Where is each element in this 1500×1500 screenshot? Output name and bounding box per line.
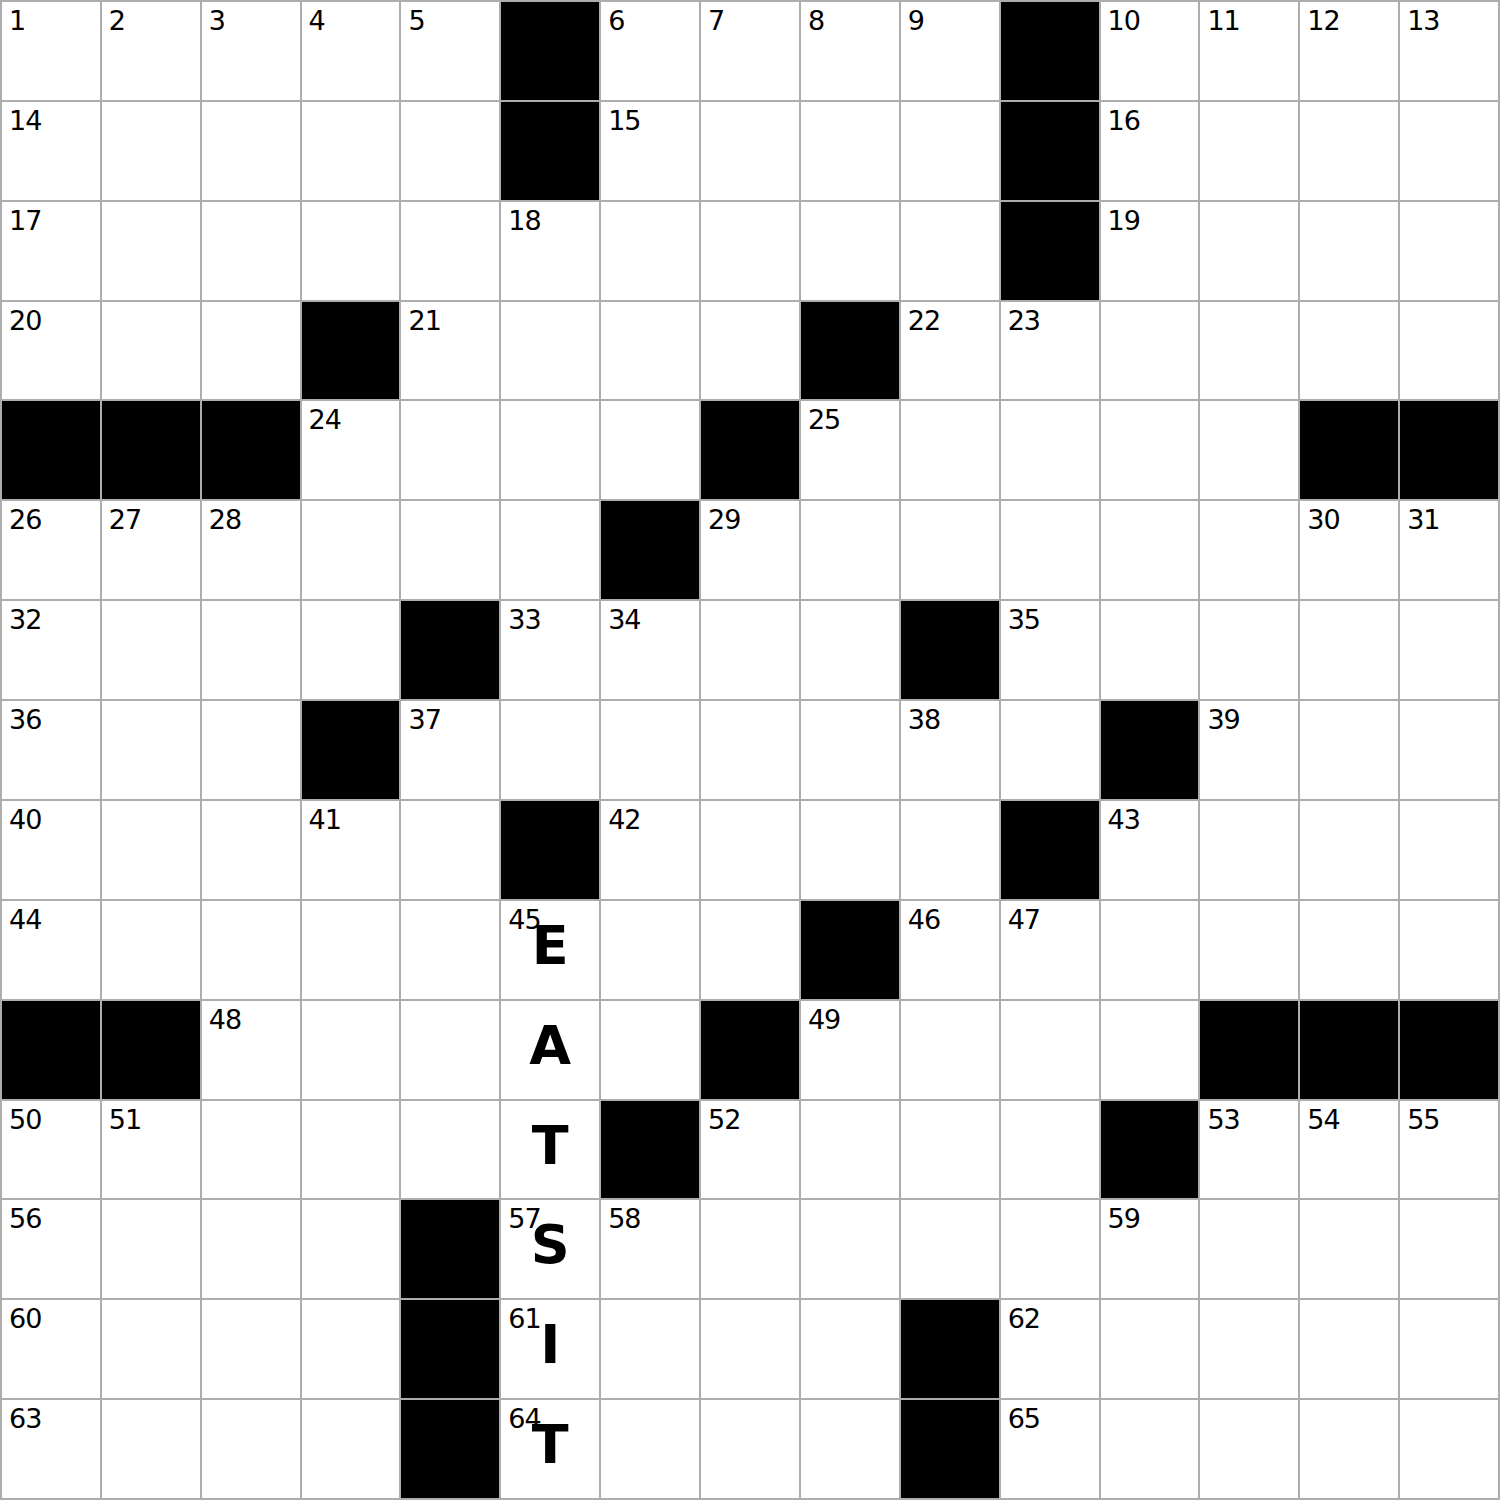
cell-r10c5[interactable] [401, 901, 499, 999]
cell-r15c7[interactable] [601, 1400, 699, 1498]
clue-number: 58 [608, 1205, 640, 1232]
cell-r12c5[interactable] [401, 1101, 499, 1199]
cell-r7c5-black [401, 601, 499, 699]
cell-r14c2[interactable] [102, 1300, 200, 1398]
cell-r1c14[interactable]: 12 [1300, 2, 1398, 100]
clue-number: 29 [708, 506, 740, 533]
cell-r8c6[interactable] [501, 701, 599, 799]
cell-r5c5[interactable] [401, 401, 499, 499]
cell-r8c14[interactable] [1300, 701, 1398, 799]
cell-r8c12-black [1101, 701, 1199, 799]
cell-r8c1[interactable]: 36 [2, 701, 100, 799]
cell-r13c11[interactable] [1001, 1200, 1099, 1298]
cell-r12c2[interactable]: 51 [102, 1101, 200, 1199]
cell-r10c1[interactable]: 44 [2, 901, 100, 999]
cell-r7c2[interactable] [102, 601, 200, 699]
cell-r14c3[interactable] [202, 1300, 300, 1398]
cell-r7c9[interactable] [801, 601, 899, 699]
cell-r13c15[interactable] [1400, 1200, 1498, 1298]
cell-r4c12[interactable] [1101, 302, 1199, 400]
cell-r14c14[interactable] [1300, 1300, 1398, 1398]
cell-r3c8[interactable] [701, 202, 799, 300]
cell-r6c10[interactable] [901, 501, 999, 599]
cell-r3c13[interactable] [1200, 202, 1298, 300]
cell-r7c7[interactable]: 34 [601, 601, 699, 699]
cell-r6c14[interactable]: 30 [1300, 501, 1398, 599]
clue-number: 19 [1108, 207, 1140, 234]
cell-r14c6[interactable]: 61I [501, 1300, 599, 1398]
cell-r4c11[interactable]: 23 [1001, 302, 1099, 400]
cell-r6c15[interactable]: 31 [1400, 501, 1498, 599]
clue-number: 21 [408, 307, 440, 334]
cell-r5c7[interactable] [601, 401, 699, 499]
cell-r10c8[interactable] [701, 901, 799, 999]
clue-number: 31 [1407, 506, 1439, 533]
cell-r13c12[interactable]: 59 [1101, 1200, 1199, 1298]
cell-r15c9[interactable] [801, 1400, 899, 1498]
cell-r13c1[interactable]: 56 [2, 1200, 100, 1298]
clue-number: 50 [9, 1106, 41, 1133]
cell-r3c6[interactable]: 18 [501, 202, 599, 300]
cell-r5c2-black [102, 401, 200, 499]
cell-r12c12-black [1101, 1101, 1199, 1199]
cell-r12c1[interactable]: 50 [2, 1101, 100, 1199]
cell-r14c13[interactable] [1200, 1300, 1298, 1398]
clue-number: 60 [9, 1305, 41, 1332]
clue-number: 43 [1108, 806, 1140, 833]
cell-r7c8[interactable] [701, 601, 799, 699]
cell-r10c13[interactable] [1200, 901, 1298, 999]
cell-r13c2[interactable] [102, 1200, 200, 1298]
cell-r1c4[interactable]: 4 [302, 2, 400, 100]
cell-r12c8[interactable]: 52 [701, 1101, 799, 1199]
cell-r11c12[interactable] [1101, 1001, 1199, 1099]
cell-r12c15[interactable]: 55 [1400, 1101, 1498, 1199]
clue-number: 54 [1307, 1106, 1339, 1133]
cell-r4c14[interactable] [1300, 302, 1398, 400]
cell-r2c6-black [501, 102, 599, 200]
cell-r8c5[interactable]: 37 [401, 701, 499, 799]
cell-r9c12[interactable]: 43 [1101, 801, 1199, 899]
cell-r14c9[interactable] [801, 1300, 899, 1398]
cell-r9c4[interactable]: 41 [302, 801, 400, 899]
cell-r8c13[interactable]: 39 [1200, 701, 1298, 799]
cell-r2c8[interactable] [701, 102, 799, 200]
cell-r1c11-black [1001, 2, 1099, 100]
cell-r1c1[interactable]: 1 [2, 2, 100, 100]
cell-r5c3-black [202, 401, 300, 499]
cell-letter: A [529, 1019, 571, 1073]
cell-r9c7[interactable]: 42 [601, 801, 699, 899]
cell-r10c15[interactable] [1400, 901, 1498, 999]
cell-r2c14[interactable] [1300, 102, 1398, 200]
cell-r13c4[interactable] [302, 1200, 400, 1298]
clue-number: 20 [9, 307, 41, 334]
cell-r13c6[interactable]: 57S [501, 1200, 599, 1298]
cell-r13c9[interactable] [801, 1200, 899, 1298]
cell-r12c3[interactable] [202, 1101, 300, 1199]
clue-number: 22 [908, 307, 940, 334]
cell-r2c12[interactable]: 16 [1101, 102, 1199, 200]
cell-r6c6[interactable] [501, 501, 599, 599]
cell-r9c9[interactable] [801, 801, 899, 899]
cell-r5c4[interactable]: 24 [302, 401, 400, 499]
cell-r3c5[interactable] [401, 202, 499, 300]
cell-r12c14[interactable]: 54 [1300, 1101, 1398, 1199]
cell-r11c5[interactable] [401, 1001, 499, 1099]
cell-r1c13[interactable]: 11 [1200, 2, 1298, 100]
cell-r4c1[interactable]: 20 [2, 302, 100, 400]
cell-r2c10[interactable] [901, 102, 999, 200]
cell-r6c1[interactable]: 26 [2, 501, 100, 599]
cell-r7c3[interactable] [202, 601, 300, 699]
clue-number: 47 [1008, 906, 1040, 933]
cell-r6c11[interactable] [1001, 501, 1099, 599]
cell-r8c4-black [302, 701, 400, 799]
cell-r5c6[interactable] [501, 401, 599, 499]
cell-r15c4[interactable] [302, 1400, 400, 1498]
cell-r10c3[interactable] [202, 901, 300, 999]
cell-r7c12[interactable] [1101, 601, 1199, 699]
cell-r3c7[interactable] [601, 202, 699, 300]
cell-r1c15[interactable]: 13 [1400, 2, 1498, 100]
cell-r4c9-black [801, 302, 899, 400]
cell-r3c1[interactable]: 17 [2, 202, 100, 300]
clue-number: 17 [9, 207, 41, 234]
cell-r2c9[interactable] [801, 102, 899, 200]
cell-r4c3[interactable] [202, 302, 300, 400]
cell-r9c3[interactable] [202, 801, 300, 899]
clue-number: 14 [9, 107, 41, 134]
cell-r2c1[interactable]: 14 [2, 102, 100, 200]
cell-r3c4[interactable] [302, 202, 400, 300]
cell-r11c9[interactable]: 49 [801, 1001, 899, 1099]
cell-r3c11-black [1001, 202, 1099, 300]
clue-number: 61 [508, 1305, 540, 1332]
cell-r4c10[interactable]: 22 [901, 302, 999, 400]
clue-number: 40 [9, 806, 41, 833]
clue-number: 48 [209, 1006, 241, 1033]
cell-r5c13[interactable] [1200, 401, 1298, 499]
cell-r5c8-black [701, 401, 799, 499]
cell-letter: T [532, 1418, 569, 1472]
cell-r7c4[interactable] [302, 601, 400, 699]
clue-number: 51 [109, 1106, 141, 1133]
cell-r7c13[interactable] [1200, 601, 1298, 699]
cell-r11c10[interactable] [901, 1001, 999, 1099]
cell-r6c12[interactable] [1101, 501, 1199, 599]
cell-r4c15[interactable] [1400, 302, 1498, 400]
clue-number: 13 [1407, 7, 1439, 34]
cell-r4c7[interactable] [601, 302, 699, 400]
clue-number: 62 [1008, 1305, 1040, 1332]
cell-r2c11-black [1001, 102, 1099, 200]
cell-r14c5-black [401, 1300, 499, 1398]
cell-r13c13[interactable] [1200, 1200, 1298, 1298]
cell-r14c15[interactable] [1400, 1300, 1498, 1398]
cell-r6c13[interactable] [1200, 501, 1298, 599]
cell-r7c10-black [901, 601, 999, 699]
clue-number: 1 [9, 7, 25, 34]
cell-r15c2[interactable] [102, 1400, 200, 1498]
cell-r14c11[interactable]: 62 [1001, 1300, 1099, 1398]
cell-r1c10[interactable]: 9 [901, 2, 999, 100]
clue-number: 37 [408, 706, 440, 733]
cell-r9c1[interactable]: 40 [2, 801, 100, 899]
cell-r14c4[interactable] [302, 1300, 400, 1398]
cell-r1c6-black [501, 2, 599, 100]
cell-r4c4-black [302, 302, 400, 400]
cell-r9c15[interactable] [1400, 801, 1498, 899]
cell-r4c8[interactable] [701, 302, 799, 400]
clue-number: 35 [1008, 606, 1040, 633]
cell-r11c11[interactable] [1001, 1001, 1099, 1099]
clue-number: 7 [708, 7, 724, 34]
clue-number: 25 [808, 406, 840, 433]
clue-number: 42 [608, 806, 640, 833]
clue-number: 23 [1008, 307, 1040, 334]
cell-r5c9[interactable]: 25 [801, 401, 899, 499]
cell-r8c15[interactable] [1400, 701, 1498, 799]
clue-number: 6 [608, 7, 624, 34]
cell-r7c14[interactable] [1300, 601, 1398, 699]
cell-r13c3[interactable] [202, 1200, 300, 1298]
cell-r14c1[interactable]: 60 [2, 1300, 100, 1398]
cell-r8c9[interactable] [801, 701, 899, 799]
cell-r7c6[interactable]: 33 [501, 601, 599, 699]
clue-number: 5 [408, 7, 424, 34]
cell-r14c8[interactable] [701, 1300, 799, 1398]
clue-number: 9 [908, 7, 924, 34]
cell-letter: S [531, 1218, 570, 1272]
cell-r11c8-black [701, 1001, 799, 1099]
cell-r11c13-black [1200, 1001, 1298, 1099]
cell-r15c11[interactable]: 65 [1001, 1400, 1099, 1498]
cell-r3c12[interactable]: 19 [1101, 202, 1199, 300]
clue-number: 53 [1207, 1106, 1239, 1133]
cell-r2c2[interactable] [102, 102, 200, 200]
cell-r15c14[interactable] [1300, 1400, 1398, 1498]
clue-number: 12 [1307, 7, 1339, 34]
clue-number: 34 [608, 606, 640, 633]
cell-r1c2[interactable]: 2 [102, 2, 200, 100]
cell-r10c9-black [801, 901, 899, 999]
cell-r9c14[interactable] [1300, 801, 1398, 899]
cell-r15c5-black [401, 1400, 499, 1498]
cell-r14c10-black [901, 1300, 999, 1398]
cell-r11c2-black [102, 1001, 200, 1099]
crossword-board: 1234567891011121314151617181920212223242… [0, 0, 1500, 1500]
cell-r13c7[interactable]: 58 [601, 1200, 699, 1298]
clue-number: 39 [1207, 706, 1239, 733]
cell-r3c15[interactable] [1400, 202, 1498, 300]
cell-r5c14-black [1300, 401, 1398, 499]
cell-r12c7-black [601, 1101, 699, 1199]
cell-r4c2[interactable] [102, 302, 200, 400]
clue-number: 18 [508, 207, 540, 234]
cell-r10c10[interactable]: 46 [901, 901, 999, 999]
cell-r6c3[interactable]: 28 [202, 501, 300, 599]
clue-number: 16 [1108, 107, 1140, 134]
cell-r11c3[interactable]: 48 [202, 1001, 300, 1099]
cell-r10c7[interactable] [601, 901, 699, 999]
cell-r5c15-black [1400, 401, 1498, 499]
clue-number: 32 [9, 606, 41, 633]
clue-number: 33 [508, 606, 540, 633]
cell-r12c4[interactable] [302, 1101, 400, 1199]
cell-r9c2[interactable] [102, 801, 200, 899]
cell-r15c8[interactable] [701, 1400, 799, 1498]
clue-number: 38 [908, 706, 940, 733]
cell-r6c2[interactable]: 27 [102, 501, 200, 599]
cell-r10c6[interactable]: 45E [501, 901, 599, 999]
cell-r15c15[interactable] [1400, 1400, 1498, 1498]
cell-r3c2[interactable] [102, 202, 200, 300]
clue-number: 52 [708, 1106, 740, 1133]
cell-r2c3[interactable] [202, 102, 300, 200]
clue-number: 41 [309, 806, 341, 833]
cell-r8c11[interactable] [1001, 701, 1099, 799]
cell-r9c5[interactable] [401, 801, 499, 899]
cell-r12c10[interactable] [901, 1101, 999, 1199]
cell-r1c12[interactable]: 10 [1101, 2, 1199, 100]
cell-r10c12[interactable] [1101, 901, 1199, 999]
cell-r1c5[interactable]: 5 [401, 2, 499, 100]
cell-r4c6[interactable] [501, 302, 599, 400]
cell-letter: E [532, 919, 569, 973]
cell-r7c11[interactable]: 35 [1001, 601, 1099, 699]
cell-r4c5[interactable]: 21 [401, 302, 499, 400]
cell-r3c9[interactable] [801, 202, 899, 300]
cell-r12c9[interactable] [801, 1101, 899, 1199]
cell-r8c2[interactable] [102, 701, 200, 799]
clue-number: 28 [209, 506, 241, 533]
cell-r15c10-black [901, 1400, 999, 1498]
clue-number: 56 [9, 1205, 41, 1232]
cell-r8c7[interactable] [601, 701, 699, 799]
clue-number: 26 [9, 506, 41, 533]
cell-r11c7[interactable] [601, 1001, 699, 1099]
cell-r15c3[interactable] [202, 1400, 300, 1498]
clue-number: 15 [608, 107, 640, 134]
cell-r4c13[interactable] [1200, 302, 1298, 400]
clue-number: 30 [1307, 506, 1339, 533]
cell-r5c12[interactable] [1101, 401, 1199, 499]
cell-r15c1[interactable]: 63 [2, 1400, 100, 1498]
clue-number: 11 [1207, 7, 1239, 34]
cell-r3c14[interactable] [1300, 202, 1398, 300]
cell-r11c1-black [2, 1001, 100, 1099]
cell-r3c10[interactable] [901, 202, 999, 300]
cell-r2c13[interactable] [1200, 102, 1298, 200]
cell-r6c9[interactable] [801, 501, 899, 599]
cell-r9c6-black [501, 801, 599, 899]
cell-r15c12[interactable] [1101, 1400, 1199, 1498]
cell-r9c8[interactable] [701, 801, 799, 899]
cell-r13c8[interactable] [701, 1200, 799, 1298]
clue-number: 24 [309, 406, 341, 433]
cell-r3c3[interactable] [202, 202, 300, 300]
cell-r14c12[interactable] [1101, 1300, 1199, 1398]
clue-number: 3 [209, 7, 225, 34]
cell-r8c8[interactable] [701, 701, 799, 799]
cell-r11c14-black [1300, 1001, 1398, 1099]
clue-number: 44 [9, 906, 41, 933]
cell-letter: I [540, 1318, 560, 1372]
cell-r10c2[interactable] [102, 901, 200, 999]
clue-number: 49 [808, 1006, 840, 1033]
cell-r1c9[interactable]: 8 [801, 2, 899, 100]
cell-r12c6[interactable]: T [501, 1101, 599, 1199]
cell-r12c13[interactable]: 53 [1200, 1101, 1298, 1199]
cell-r6c4[interactable] [302, 501, 400, 599]
cell-r10c11[interactable]: 47 [1001, 901, 1099, 999]
cell-r5c11[interactable] [1001, 401, 1099, 499]
cell-r6c5[interactable] [401, 501, 499, 599]
cell-r9c13[interactable] [1200, 801, 1298, 899]
clue-number: 36 [9, 706, 41, 733]
cell-r2c4[interactable] [302, 102, 400, 200]
clue-number: 55 [1407, 1106, 1439, 1133]
cell-r10c4[interactable] [302, 901, 400, 999]
cell-r13c10[interactable] [901, 1200, 999, 1298]
cell-r7c15[interactable] [1400, 601, 1498, 699]
cell-r14c7[interactable] [601, 1300, 699, 1398]
clue-number: 8 [808, 7, 824, 34]
cell-r15c13[interactable] [1200, 1400, 1298, 1498]
clue-number: 65 [1008, 1405, 1040, 1432]
cell-r1c7[interactable]: 6 [601, 2, 699, 100]
cell-r7c1[interactable]: 32 [2, 601, 100, 699]
cell-r9c11-black [1001, 801, 1099, 899]
cell-r13c14[interactable] [1300, 1200, 1398, 1298]
cell-r10c14[interactable] [1300, 901, 1398, 999]
cell-r2c15[interactable] [1400, 102, 1498, 200]
cell-letter: T [532, 1119, 569, 1173]
cell-r8c10[interactable]: 38 [901, 701, 999, 799]
cell-r1c8[interactable]: 7 [701, 2, 799, 100]
clue-number: 63 [9, 1405, 41, 1432]
cell-r2c7[interactable]: 15 [601, 102, 699, 200]
cell-r5c10[interactable] [901, 401, 999, 499]
clue-number: 2 [109, 7, 125, 34]
cell-r5c1-black [2, 401, 100, 499]
clue-number: 27 [109, 506, 141, 533]
cell-r12c11[interactable] [1001, 1101, 1099, 1199]
clue-number: 59 [1108, 1205, 1140, 1232]
cell-r1c3[interactable]: 3 [202, 2, 300, 100]
cell-r8c3[interactable] [202, 701, 300, 799]
clue-number: 10 [1108, 7, 1140, 34]
cell-r2c5[interactable] [401, 102, 499, 200]
cell-r11c6[interactable]: A [501, 1001, 599, 1099]
cell-r13c5-black [401, 1200, 499, 1298]
cell-r11c15-black [1400, 1001, 1498, 1099]
clue-number: 46 [908, 906, 940, 933]
cell-r15c6[interactable]: 64T [501, 1400, 599, 1498]
cell-r9c10[interactable] [901, 801, 999, 899]
cell-r6c7-black [601, 501, 699, 599]
cell-r11c4[interactable] [302, 1001, 400, 1099]
clue-number: 4 [309, 7, 325, 34]
cell-r6c8[interactable]: 29 [701, 501, 799, 599]
